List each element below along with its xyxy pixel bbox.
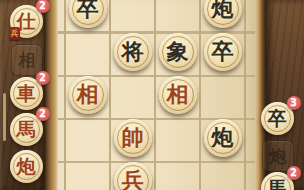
board-edge-left [44,0,58,190]
capture-count-badge: 2 [36,71,50,85]
game-screen: 兵 卒炮将象卒相相帥炮兵仕2相車2馬2炮卒3炮馬2 [0,0,304,190]
captured-piece-炮: 炮 [10,150,43,183]
board-piece-炮[interactable]: 炮 [204,119,242,157]
captured-piece-卒: 卒3 [261,102,294,135]
red-seal-icon: 兵 [9,27,20,40]
captured-piece-馬: 馬2 [10,113,43,146]
capture-count-badge: 2 [36,0,50,13]
board-piece-将[interactable]: 将 [114,33,152,71]
capture-count-badge: 2 [36,107,50,121]
tray-scroll-indicator [3,93,6,141]
board-piece-象[interactable]: 象 [159,33,197,71]
capture-count-badge: 2 [287,166,301,180]
board-piece-帥[interactable]: 帥 [114,119,152,157]
capture-count-badge: 3 [287,96,301,110]
captured-piece-車: 車2 [10,77,43,110]
board-piece-相[interactable]: 相 [69,76,107,114]
board-piece-卒[interactable]: 卒 [204,33,242,71]
board-piece-相[interactable]: 相 [159,76,197,114]
